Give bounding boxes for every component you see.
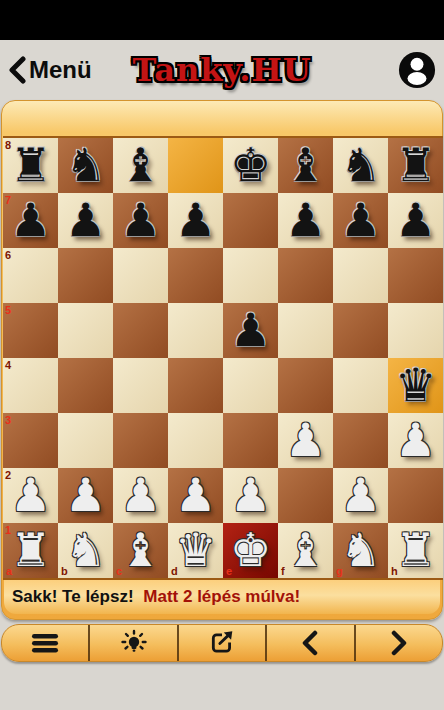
bottom-toolbar: [1, 624, 443, 662]
square-h2[interactable]: [388, 468, 443, 523]
person-icon: [398, 51, 436, 89]
square-g2[interactable]: ♟: [333, 468, 388, 523]
square-g7[interactable]: ♟: [333, 193, 388, 248]
white-pawn-e2: ♟: [223, 468, 278, 523]
file-label-g: g: [336, 566, 343, 577]
back-chevron-icon: [8, 56, 26, 84]
rank-label-6: 6: [5, 250, 11, 261]
square-h8[interactable]: ♜: [388, 138, 443, 193]
game-panel: 8♜♞♝♚♝♞♜7♟♟♟♟♟♟♟65♟4♛3♟♟2♟♟♟♟♟♟1a♜b♞c♝d♛…: [1, 100, 443, 620]
square-b4[interactable]: [58, 358, 113, 413]
square-f3[interactable]: ♟: [278, 413, 333, 468]
status-check-text: Sakk! Te lépsz!: [12, 587, 134, 606]
black-pawn-a7: ♟: [3, 193, 58, 248]
square-e6[interactable]: [223, 248, 278, 303]
profile-icon[interactable]: [398, 51, 436, 89]
square-g1[interactable]: g♞: [333, 523, 388, 578]
square-f2[interactable]: [278, 468, 333, 523]
status-mate-text: Matt 2 lépés múlva!: [143, 587, 300, 606]
back-button-label: Menü: [29, 56, 92, 84]
black-king-e8: ♚: [223, 138, 278, 193]
square-h4[interactable]: ♛: [388, 358, 443, 413]
square-e8[interactable]: ♚: [223, 138, 278, 193]
app-logo: Tanky.HU: [132, 51, 311, 89]
rank-label-8: 8: [5, 140, 11, 151]
square-e3[interactable]: [223, 413, 278, 468]
white-knight-b1: ♞: [58, 523, 113, 578]
square-g4[interactable]: [333, 358, 388, 413]
menu-button[interactable]: [2, 625, 90, 661]
rank-label-4: 4: [5, 360, 11, 371]
lightbulb-icon: [119, 629, 149, 657]
square-c1[interactable]: c♝: [113, 523, 168, 578]
square-d6[interactable]: [168, 248, 223, 303]
black-pawn-b7: ♟: [58, 193, 113, 248]
square-f5[interactable]: [278, 303, 333, 358]
square-a8[interactable]: 8♜: [3, 138, 58, 193]
black-rook-h8: ♜: [388, 138, 443, 193]
white-rook-a1: ♜: [3, 523, 58, 578]
square-f6[interactable]: [278, 248, 333, 303]
hamburger-icon: [31, 632, 59, 654]
square-b3[interactable]: [58, 413, 113, 468]
rank-label-3: 3: [5, 415, 11, 426]
square-b1[interactable]: b♞: [58, 523, 113, 578]
square-h5[interactable]: [388, 303, 443, 358]
square-c8[interactable]: ♝: [113, 138, 168, 193]
square-a7[interactable]: 7♟: [3, 193, 58, 248]
white-pawn-c2: ♟: [113, 468, 168, 523]
app-header: Menü Tanky.HU: [0, 40, 444, 100]
square-a3[interactable]: 3: [3, 413, 58, 468]
black-rook-a8: ♜: [3, 138, 58, 193]
white-pawn-d2: ♟: [168, 468, 223, 523]
black-knight-b8: ♞: [58, 138, 113, 193]
file-label-d: d: [171, 566, 178, 577]
square-a5[interactable]: 5: [3, 303, 58, 358]
square-h3[interactable]: ♟: [388, 413, 443, 468]
black-pawn-f7: ♟: [278, 193, 333, 248]
black-pawn-c7: ♟: [113, 193, 168, 248]
square-e1[interactable]: e♚: [223, 523, 278, 578]
next-move-button[interactable]: [356, 625, 442, 661]
square-e2[interactable]: ♟: [223, 468, 278, 523]
hint-button[interactable]: [90, 625, 178, 661]
square-c3[interactable]: [113, 413, 168, 468]
file-label-b: b: [61, 566, 68, 577]
square-d1[interactable]: d♛: [168, 523, 223, 578]
black-knight-g8: ♞: [333, 138, 388, 193]
share-button[interactable]: [179, 625, 267, 661]
square-g3[interactable]: [333, 413, 388, 468]
file-label-a: a: [6, 566, 12, 577]
square-d5[interactable]: [168, 303, 223, 358]
app-screen: Menü Tanky.HU 8♜♞♝♚♝♞♜7♟♟♟♟♟♟♟65♟4♛3♟♟2♟…: [0, 0, 444, 710]
black-pawn-h7: ♟: [388, 193, 443, 248]
square-d2[interactable]: ♟: [168, 468, 223, 523]
square-h7[interactable]: ♟: [388, 193, 443, 248]
white-rook-h1: ♜: [388, 523, 443, 578]
black-queen-h4: ♛: [388, 358, 443, 413]
chevron-right-icon: [389, 630, 409, 656]
previous-move-button[interactable]: [267, 625, 355, 661]
white-pawn-b2: ♟: [58, 468, 113, 523]
square-h1[interactable]: h♜: [388, 523, 443, 578]
square-e4[interactable]: [223, 358, 278, 413]
square-b6[interactable]: [58, 248, 113, 303]
square-b7[interactable]: ♟: [58, 193, 113, 248]
rank-label-1: 1: [5, 525, 11, 536]
black-pawn-e5: ♟: [223, 303, 278, 358]
square-d4[interactable]: [168, 358, 223, 413]
square-c6[interactable]: [113, 248, 168, 303]
square-a4[interactable]: 4: [3, 358, 58, 413]
square-d7[interactable]: ♟: [168, 193, 223, 248]
share-export-icon: [209, 630, 235, 656]
white-king-e1: ♚: [223, 523, 278, 578]
file-label-e: e: [226, 566, 232, 577]
square-a1[interactable]: 1a♜: [3, 523, 58, 578]
square-c7[interactable]: ♟: [113, 193, 168, 248]
white-pawn-f3: ♟: [278, 413, 333, 468]
square-f7[interactable]: ♟: [278, 193, 333, 248]
square-b5[interactable]: [58, 303, 113, 358]
chess-board[interactable]: 8♜♞♝♚♝♞♜7♟♟♟♟♟♟♟65♟4♛3♟♟2♟♟♟♟♟♟1a♜b♞c♝d♛…: [3, 136, 443, 580]
chevron-left-icon: [300, 630, 320, 656]
square-c2[interactable]: ♟: [113, 468, 168, 523]
square-g8[interactable]: ♞: [333, 138, 388, 193]
square-f4[interactable]: [278, 358, 333, 413]
square-g5[interactable]: [333, 303, 388, 358]
white-pawn-h3: ♟: [388, 413, 443, 468]
rank-label-7: 7: [5, 195, 11, 206]
square-g6[interactable]: [333, 248, 388, 303]
square-b8[interactable]: ♞: [58, 138, 113, 193]
game-status-bar: Sakk! Te lépsz! Matt 2 lépés múlva!: [4, 580, 440, 614]
square-h6[interactable]: [388, 248, 443, 303]
square-a6[interactable]: 6: [3, 248, 58, 303]
black-bishop-f8: ♝: [278, 138, 333, 193]
back-button[interactable]: Menü: [8, 40, 92, 100]
black-pawn-d7: ♟: [168, 193, 223, 248]
square-d8[interactable]: [168, 138, 223, 193]
square-f1[interactable]: f♝: [278, 523, 333, 578]
white-bishop-c1: ♝: [113, 523, 168, 578]
white-bishop-f1: ♝: [278, 523, 333, 578]
square-e7[interactable]: [223, 193, 278, 248]
white-queen-d1: ♛: [168, 523, 223, 578]
black-pawn-g7: ♟: [333, 193, 388, 248]
square-c5[interactable]: [113, 303, 168, 358]
white-pawn-a2: ♟: [3, 468, 58, 523]
white-knight-g1: ♞: [333, 523, 388, 578]
rank-label-2: 2: [5, 470, 11, 481]
square-a2[interactable]: 2♟: [3, 468, 58, 523]
rank-label-5: 5: [5, 305, 11, 316]
white-pawn-g2: ♟: [333, 468, 388, 523]
square-b2[interactable]: ♟: [58, 468, 113, 523]
device-status-bar: [0, 0, 444, 40]
square-e5[interactable]: ♟: [223, 303, 278, 358]
black-bishop-c8: ♝: [113, 138, 168, 193]
file-label-f: f: [281, 566, 285, 577]
square-f8[interactable]: ♝: [278, 138, 333, 193]
file-label-c: c: [116, 566, 122, 577]
square-d3[interactable]: [168, 413, 223, 468]
square-c4[interactable]: [113, 358, 168, 413]
file-label-h: h: [391, 566, 398, 577]
